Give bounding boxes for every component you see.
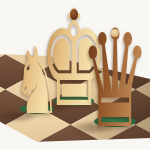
product-photo-chess-pieces: ♚ ♛ ♞ <box>0 0 150 150</box>
queen-light-finial-ball <box>111 29 119 37</box>
king-dark-finial <box>70 9 78 20</box>
white-knight-piece: ♞ <box>13 36 61 128</box>
